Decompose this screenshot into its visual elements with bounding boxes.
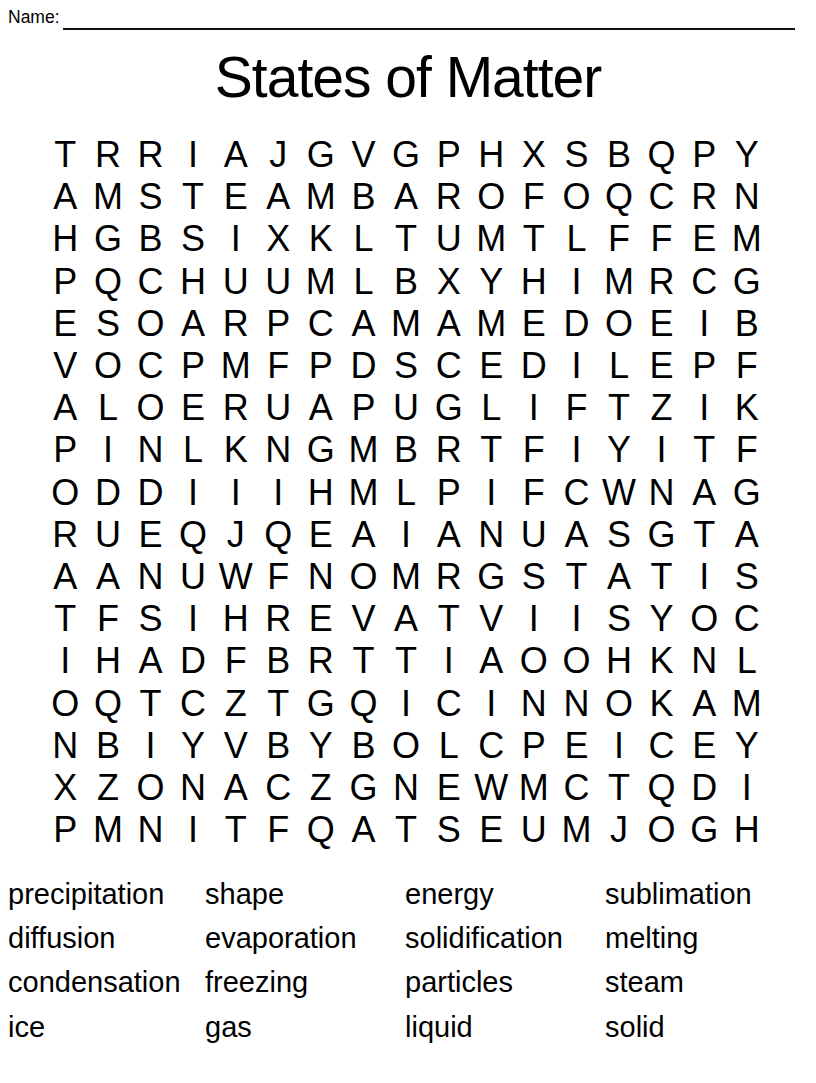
grid-cell-r17c8[interactable]: A — [342, 809, 385, 851]
grid-cell-r11c15[interactable]: T — [640, 556, 683, 598]
grid-cell-r11c1[interactable]: A — [44, 556, 87, 598]
grid-cell-r10c9[interactable]: I — [385, 514, 428, 556]
grid-cell-r14c3[interactable]: T — [129, 682, 172, 724]
grid-cell-r3c15[interactable]: F — [640, 218, 683, 260]
grid-cell-r12c5[interactable]: H — [214, 598, 257, 640]
grid-cell-r5c14[interactable]: O — [598, 303, 641, 345]
grid-cell-r17c12[interactable]: U — [513, 809, 556, 851]
grid-cell-r12c9[interactable]: A — [385, 598, 428, 640]
grid-cell-r10c11[interactable]: N — [470, 514, 513, 556]
grid-cell-r6c11[interactable]: E — [470, 345, 513, 387]
grid-cell-r16c16[interactable]: D — [683, 767, 726, 809]
grid-cell-r1c17[interactable]: Y — [726, 134, 769, 176]
grid-cell-r7c15[interactable]: Z — [640, 387, 683, 429]
grid-cell-r11c3[interactable]: N — [129, 556, 172, 598]
grid-cell-r17c5[interactable]: T — [214, 809, 257, 851]
grid-cell-r12c12[interactable]: I — [513, 598, 556, 640]
grid-cell-r6c14[interactable]: L — [598, 345, 641, 387]
grid-cell-r15c5[interactable]: V — [214, 725, 257, 767]
grid-cell-r13c4[interactable]: D — [172, 640, 215, 682]
grid-cell-r10c2[interactable]: U — [87, 514, 130, 556]
grid-cell-r12c17[interactable]: C — [726, 598, 769, 640]
grid-cell-r1c12[interactable]: X — [513, 134, 556, 176]
grid-cell-r14c15[interactable]: K — [640, 682, 683, 724]
grid-cell-r10c16[interactable]: T — [683, 514, 726, 556]
grid-cell-r3c1[interactable]: H — [44, 218, 87, 260]
grid-cell-r5c15[interactable]: E — [640, 303, 683, 345]
grid-cell-r8c1[interactable]: P — [44, 429, 87, 471]
grid-cell-r10c3[interactable]: E — [129, 514, 172, 556]
grid-cell-r6c3[interactable]: C — [129, 345, 172, 387]
grid-cell-r9c14[interactable]: W — [598, 472, 641, 514]
grid-cell-r16c1[interactable]: X — [44, 767, 87, 809]
grid-cell-r3c17[interactable]: M — [726, 218, 769, 260]
grid-cell-r11c8[interactable]: O — [342, 556, 385, 598]
grid-cell-r5c11[interactable]: M — [470, 303, 513, 345]
grid-cell-r13c2[interactable]: H — [87, 640, 130, 682]
grid-cell-r5c6[interactable]: P — [257, 303, 300, 345]
grid-cell-r8c5[interactable]: K — [214, 429, 257, 471]
grid-cell-r15c15[interactable]: C — [640, 725, 683, 767]
grid-cell-r17c11[interactable]: E — [470, 809, 513, 851]
grid-cell-r17c10[interactable]: S — [427, 809, 470, 851]
grid-cell-r8c13[interactable]: I — [555, 429, 598, 471]
grid-cell-r3c14[interactable]: F — [598, 218, 641, 260]
grid-cell-r4c15[interactable]: R — [640, 261, 683, 303]
grid-cell-r3c10[interactable]: U — [427, 218, 470, 260]
grid-cell-r17c1[interactable]: P — [44, 809, 87, 851]
grid-cell-r3c13[interactable]: L — [555, 218, 598, 260]
grid-cell-r5c16[interactable]: I — [683, 303, 726, 345]
name-blank-line[interactable] — [63, 10, 795, 30]
grid-cell-r2c7[interactable]: M — [300, 176, 343, 218]
grid-cell-r10c10[interactable]: A — [427, 514, 470, 556]
grid-cell-r6c5[interactable]: M — [214, 345, 257, 387]
grid-cell-r14c11[interactable]: I — [470, 682, 513, 724]
grid-cell-r6c13[interactable]: I — [555, 345, 598, 387]
grid-cell-r10c14[interactable]: S — [598, 514, 641, 556]
grid-cell-r8c2[interactable]: I — [87, 429, 130, 471]
grid-cell-r9c16[interactable]: A — [683, 472, 726, 514]
grid-cell-r6c10[interactable]: C — [427, 345, 470, 387]
grid-cell-r17c16[interactable]: G — [683, 809, 726, 851]
grid-cell-r5c10[interactable]: A — [427, 303, 470, 345]
grid-cell-r16c7[interactable]: Z — [300, 767, 343, 809]
grid-cell-r13c14[interactable]: H — [598, 640, 641, 682]
grid-cell-r15c2[interactable]: B — [87, 725, 130, 767]
grid-cell-r1c14[interactable]: B — [598, 134, 641, 176]
grid-cell-r16c8[interactable]: G — [342, 767, 385, 809]
grid-cell-r12c13[interactable]: I — [555, 598, 598, 640]
grid-cell-r12c14[interactable]: S — [598, 598, 641, 640]
grid-cell-r10c17[interactable]: A — [726, 514, 769, 556]
grid-cell-r16c3[interactable]: O — [129, 767, 172, 809]
grid-cell-r9c4[interactable]: I — [172, 472, 215, 514]
grid-cell-r7c10[interactable]: G — [427, 387, 470, 429]
grid-cell-r9c2[interactable]: D — [87, 472, 130, 514]
grid-cell-r12c11[interactable]: V — [470, 598, 513, 640]
grid-cell-r15c3[interactable]: I — [129, 725, 172, 767]
grid-cell-r7c11[interactable]: L — [470, 387, 513, 429]
grid-cell-r16c4[interactable]: N — [172, 767, 215, 809]
grid-cell-r1c7[interactable]: G — [300, 134, 343, 176]
grid-cell-r5c9[interactable]: M — [385, 303, 428, 345]
grid-cell-r4c13[interactable]: I — [555, 261, 598, 303]
grid-cell-r15c4[interactable]: Y — [172, 725, 215, 767]
grid-cell-r16c10[interactable]: E — [427, 767, 470, 809]
grid-cell-r6c7[interactable]: P — [300, 345, 343, 387]
grid-cell-r9c6[interactable]: I — [257, 472, 300, 514]
grid-cell-r17c14[interactable]: J — [598, 809, 641, 851]
grid-cell-r15c6[interactable]: B — [257, 725, 300, 767]
grid-cell-r15c12[interactable]: P — [513, 725, 556, 767]
grid-cell-r5c3[interactable]: O — [129, 303, 172, 345]
grid-cell-r13c6[interactable]: B — [257, 640, 300, 682]
grid-cell-r9c17[interactable]: G — [726, 472, 769, 514]
grid-cell-r4c7[interactable]: M — [300, 261, 343, 303]
grid-cell-r5c4[interactable]: A — [172, 303, 215, 345]
grid-cell-r15c7[interactable]: Y — [300, 725, 343, 767]
grid-cell-r3c16[interactable]: E — [683, 218, 726, 260]
grid-cell-r11c4[interactable]: U — [172, 556, 215, 598]
grid-cell-r12c6[interactable]: R — [257, 598, 300, 640]
grid-cell-r6c15[interactable]: E — [640, 345, 683, 387]
grid-cell-r8c11[interactable]: T — [470, 429, 513, 471]
grid-cell-r5c12[interactable]: E — [513, 303, 556, 345]
grid-cell-r12c2[interactable]: F — [87, 598, 130, 640]
grid-cell-r4c16[interactable]: C — [683, 261, 726, 303]
grid-cell-r7c7[interactable]: A — [300, 387, 343, 429]
grid-cell-r2c11[interactable]: O — [470, 176, 513, 218]
grid-cell-r17c2[interactable]: M — [87, 809, 130, 851]
grid-cell-r14c9[interactable]: I — [385, 682, 428, 724]
grid-cell-r12c8[interactable]: V — [342, 598, 385, 640]
grid-cell-r8c15[interactable]: I — [640, 429, 683, 471]
word-ice: ice — [8, 1005, 205, 1049]
grid-cell-r1c13[interactable]: S — [555, 134, 598, 176]
grid-cell-r1c9[interactable]: G — [385, 134, 428, 176]
grid-cell-r11c9[interactable]: M — [385, 556, 428, 598]
grid-cell-r3c4[interactable]: S — [172, 218, 215, 260]
grid-cell-r9c9[interactable]: L — [385, 472, 428, 514]
grid-cell-r4c8[interactable]: L — [342, 261, 385, 303]
grid-cell-r3c2[interactable]: G — [87, 218, 130, 260]
grid-cell-r2c10[interactable]: R — [427, 176, 470, 218]
grid-cell-r14c1[interactable]: O — [44, 682, 87, 724]
grid-cell-r5c17[interactable]: B — [726, 303, 769, 345]
grid-cell-r7c14[interactable]: T — [598, 387, 641, 429]
grid-cell-r11c17[interactable]: S — [726, 556, 769, 598]
grid-cell-r8c17[interactable]: F — [726, 429, 769, 471]
grid-cell-r8c12[interactable]: F — [513, 429, 556, 471]
grid-cell-r7c13[interactable]: F — [555, 387, 598, 429]
grid-cell-r11c14[interactable]: A — [598, 556, 641, 598]
grid-cell-r15c14[interactable]: I — [598, 725, 641, 767]
grid-cell-r5c1[interactable]: E — [44, 303, 87, 345]
grid-cell-r12c7[interactable]: E — [300, 598, 343, 640]
grid-cell-r17c6[interactable]: F — [257, 809, 300, 851]
grid-cell-r6c12[interactable]: D — [513, 345, 556, 387]
grid-cell-r2c8[interactable]: B — [342, 176, 385, 218]
grid-cell-r14c14[interactable]: O — [598, 682, 641, 724]
grid-cell-r16c11[interactable]: W — [470, 767, 513, 809]
grid-cell-r10c5[interactable]: J — [214, 514, 257, 556]
grid-cell-r11c13[interactable]: T — [555, 556, 598, 598]
grid-cell-r9c5[interactable]: I — [214, 472, 257, 514]
grid-cell-r2c2[interactable]: M — [87, 176, 130, 218]
grid-cell-r2c17[interactable]: N — [726, 176, 769, 218]
grid-cell-r14c8[interactable]: Q — [342, 682, 385, 724]
grid-cell-r13c9[interactable]: T — [385, 640, 428, 682]
grid-cell-r14c2[interactable]: Q — [87, 682, 130, 724]
grid-cell-r15c17[interactable]: Y — [726, 725, 769, 767]
grid-cell-r6c8[interactable]: D — [342, 345, 385, 387]
grid-cell-r14c12[interactable]: N — [513, 682, 556, 724]
grid-cell-r8c3[interactable]: N — [129, 429, 172, 471]
grid-cell-r13c12[interactable]: O — [513, 640, 556, 682]
grid-cell-r2c3[interactable]: S — [129, 176, 172, 218]
grid-cell-r3c7[interactable]: K — [300, 218, 343, 260]
grid-cell-r2c5[interactable]: E — [214, 176, 257, 218]
grid-cell-r3c8[interactable]: L — [342, 218, 385, 260]
grid-cell-r5c5[interactable]: R — [214, 303, 257, 345]
grid-cell-r4c14[interactable]: M — [598, 261, 641, 303]
grid-cell-r11c5[interactable]: W — [214, 556, 257, 598]
grid-cell-r13c7[interactable]: R — [300, 640, 343, 682]
grid-cell-r4c5[interactable]: U — [214, 261, 257, 303]
grid-cell-r10c6[interactable]: Q — [257, 514, 300, 556]
grid-cell-r12c4[interactable]: I — [172, 598, 215, 640]
grid-cell-r2c6[interactable]: A — [257, 176, 300, 218]
grid-cell-r7c3[interactable]: O — [129, 387, 172, 429]
grid-cell-r4c3[interactable]: C — [129, 261, 172, 303]
grid-cell-r11c6[interactable]: F — [257, 556, 300, 598]
grid-cell-r7c9[interactable]: U — [385, 387, 428, 429]
grid-cell-r6c16[interactable]: P — [683, 345, 726, 387]
grid-cell-r2c14[interactable]: Q — [598, 176, 641, 218]
grid-cell-r3c5[interactable]: I — [214, 218, 257, 260]
grid-cell-r15c10[interactable]: L — [427, 725, 470, 767]
grid-cell-r3c12[interactable]: T — [513, 218, 556, 260]
grid-cell-r2c1[interactable]: A — [44, 176, 87, 218]
grid-cell-r6c17[interactable]: F — [726, 345, 769, 387]
grid-cell-r2c13[interactable]: O — [555, 176, 598, 218]
grid-cell-r11c2[interactable]: A — [87, 556, 130, 598]
grid-cell-r17c9[interactable]: T — [385, 809, 428, 851]
grid-cell-r3c6[interactable]: X — [257, 218, 300, 260]
grid-cell-r14c7[interactable]: G — [300, 682, 343, 724]
grid-cell-r16c2[interactable]: Z — [87, 767, 130, 809]
grid-cell-r9c13[interactable]: C — [555, 472, 598, 514]
word-liquid: liquid — [405, 1005, 605, 1049]
grid-cell-r7c8[interactable]: P — [342, 387, 385, 429]
grid-cell-r13c10[interactable]: I — [427, 640, 470, 682]
grid-cell-r1c16[interactable]: P — [683, 134, 726, 176]
grid-cell-r13c11[interactable]: A — [470, 640, 513, 682]
grid-cell-r13c1[interactable]: I — [44, 640, 87, 682]
grid-cell-r6c1[interactable]: V — [44, 345, 87, 387]
grid-cell-r14c4[interactable]: C — [172, 682, 215, 724]
grid-cell-r6c4[interactable]: P — [172, 345, 215, 387]
grid-cell-r10c12[interactable]: U — [513, 514, 556, 556]
grid-cell-r8c9[interactable]: B — [385, 429, 428, 471]
grid-cell-r1c10[interactable]: P — [427, 134, 470, 176]
grid-cell-r16c12[interactable]: M — [513, 767, 556, 809]
grid-cell-r2c12[interactable]: F — [513, 176, 556, 218]
grid-cell-r4c11[interactable]: Y — [470, 261, 513, 303]
grid-cell-r8c4[interactable]: L — [172, 429, 215, 471]
grid-cell-r1c1[interactable]: T — [44, 134, 87, 176]
grid-cell-r11c16[interactable]: I — [683, 556, 726, 598]
grid-cell-r7c6[interactable]: U — [257, 387, 300, 429]
grid-cell-r12c10[interactable]: T — [427, 598, 470, 640]
grid-cell-r9c11[interactable]: I — [470, 472, 513, 514]
grid-cell-r7c4[interactable]: E — [172, 387, 215, 429]
grid-cell-r8c14[interactable]: Y — [598, 429, 641, 471]
grid-cell-r9c15[interactable]: N — [640, 472, 683, 514]
word-sublimation: sublimation — [605, 872, 808, 916]
grid-cell-r8c10[interactable]: R — [427, 429, 470, 471]
grid-cell-r6c6[interactable]: F — [257, 345, 300, 387]
grid-cell-r5c7[interactable]: C — [300, 303, 343, 345]
grid-cell-r17c4[interactable]: I — [172, 809, 215, 851]
grid-cell-r17c13[interactable]: M — [555, 809, 598, 851]
grid-cell-r7c16[interactable]: I — [683, 387, 726, 429]
word-freezing: freezing — [205, 961, 405, 1005]
grid-cell-r16c5[interactable]: A — [214, 767, 257, 809]
grid-cell-r17c7[interactable]: Q — [300, 809, 343, 851]
grid-cell-r1c5[interactable]: A — [214, 134, 257, 176]
grid-cell-r1c3[interactable]: R — [129, 134, 172, 176]
grid-cell-r12c15[interactable]: Y — [640, 598, 683, 640]
grid-cell-r1c6[interactable]: J — [257, 134, 300, 176]
grid-cell-r9c8[interactable]: M — [342, 472, 385, 514]
grid-cell-r1c2[interactable]: R — [87, 134, 130, 176]
grid-cell-r6c9[interactable]: S — [385, 345, 428, 387]
grid-cell-r10c13[interactable]: A — [555, 514, 598, 556]
word-energy: energy — [405, 872, 605, 916]
grid-cell-r8c16[interactable]: T — [683, 429, 726, 471]
grid-cell-r14c5[interactable]: Z — [214, 682, 257, 724]
grid-cell-r11c10[interactable]: R — [427, 556, 470, 598]
grid-cell-r2c9[interactable]: A — [385, 176, 428, 218]
grid-cell-r4c1[interactable]: P — [44, 261, 87, 303]
grid-cell-r14c13[interactable]: N — [555, 682, 598, 724]
grid-cell-r10c1[interactable]: R — [44, 514, 87, 556]
grid-cell-r2c4[interactable]: T — [172, 176, 215, 218]
grid-cell-r4c6[interactable]: U — [257, 261, 300, 303]
grid-cell-r9c1[interactable]: O — [44, 472, 87, 514]
grid-cell-r16c17[interactable]: I — [726, 767, 769, 809]
grid-cell-r4c12[interactable]: H — [513, 261, 556, 303]
grid-cell-r7c5[interactable]: R — [214, 387, 257, 429]
grid-cell-r1c4[interactable]: I — [172, 134, 215, 176]
grid-cell-r8c8[interactable]: M — [342, 429, 385, 471]
grid-cell-r4c4[interactable]: H — [172, 261, 215, 303]
grid-cell-r4c10[interactable]: X — [427, 261, 470, 303]
grid-cell-r7c2[interactable]: L — [87, 387, 130, 429]
grid-cell-r5c8[interactable]: A — [342, 303, 385, 345]
grid-cell-r8c6[interactable]: N — [257, 429, 300, 471]
grid-cell-r11c12[interactable]: S — [513, 556, 556, 598]
name-label: Name: — [8, 6, 60, 28]
grid-cell-r15c1[interactable]: N — [44, 725, 87, 767]
grid-cell-r8c7[interactable]: G — [300, 429, 343, 471]
grid-cell-r4c2[interactable]: Q — [87, 261, 130, 303]
grid-cell-r13c5[interactable]: F — [214, 640, 257, 682]
grid-cell-r10c7[interactable]: E — [300, 514, 343, 556]
grid-cell-r11c7[interactable]: N — [300, 556, 343, 598]
grid-cell-r3c3[interactable]: B — [129, 218, 172, 260]
grid-cell-r17c15[interactable]: O — [640, 809, 683, 851]
grid-cell-r13c17[interactable]: L — [726, 640, 769, 682]
grid-cell-r16c6[interactable]: C — [257, 767, 300, 809]
word-evaporation: evaporation — [205, 916, 405, 960]
grid-cell-r15c16[interactable]: E — [683, 725, 726, 767]
grid-cell-r12c16[interactable]: O — [683, 598, 726, 640]
grid-cell-r13c13[interactable]: O — [555, 640, 598, 682]
grid-cell-r15c9[interactable]: O — [385, 725, 428, 767]
grid-cell-r9c10[interactable]: P — [427, 472, 470, 514]
grid-cell-r14c17[interactable]: M — [726, 682, 769, 724]
grid-cell-r4c17[interactable]: G — [726, 261, 769, 303]
grid-cell-r3c9[interactable]: T — [385, 218, 428, 260]
grid-cell-r1c8[interactable]: V — [342, 134, 385, 176]
grid-cell-r17c3[interactable]: N — [129, 809, 172, 851]
grid-cell-r5c2[interactable]: S — [87, 303, 130, 345]
grid-cell-r7c12[interactable]: I — [513, 387, 556, 429]
grid-cell-r13c3[interactable]: A — [129, 640, 172, 682]
grid-cell-r5c13[interactable]: D — [555, 303, 598, 345]
grid-cell-r1c11[interactable]: H — [470, 134, 513, 176]
grid-cell-r7c17[interactable]: K — [726, 387, 769, 429]
grid-cell-r7c1[interactable]: A — [44, 387, 87, 429]
grid-cell-r13c8[interactable]: T — [342, 640, 385, 682]
grid-cell-r10c8[interactable]: A — [342, 514, 385, 556]
grid-cell-r10c15[interactable]: G — [640, 514, 683, 556]
worksheet-page: Name: States of Matter TRRIAJGVGPHXSBQPY… — [0, 0, 816, 1083]
grid-cell-r14c16[interactable]: A — [683, 682, 726, 724]
grid-cell-r13c15[interactable]: K — [640, 640, 683, 682]
grid-cell-r9c3[interactable]: D — [129, 472, 172, 514]
grid-cell-r2c15[interactable]: C — [640, 176, 683, 218]
grid-cell-r9c7[interactable]: H — [300, 472, 343, 514]
grid-cell-r15c11[interactable]: C — [470, 725, 513, 767]
grid-cell-r16c14[interactable]: T — [598, 767, 641, 809]
grid-cell-r14c6[interactable]: T — [257, 682, 300, 724]
grid-cell-r2c16[interactable]: R — [683, 176, 726, 218]
grid-cell-r14c10[interactable]: C — [427, 682, 470, 724]
grid-cell-r6c2[interactable]: O — [87, 345, 130, 387]
grid-cell-r15c8[interactable]: B — [342, 725, 385, 767]
grid-cell-r9c12[interactable]: F — [513, 472, 556, 514]
grid-cell-r13c16[interactable]: N — [683, 640, 726, 682]
grid-cell-r3c11[interactable]: M — [470, 218, 513, 260]
grid-cell-r17c17[interactable]: H — [726, 809, 769, 851]
grid-cell-r11c11[interactable]: G — [470, 556, 513, 598]
word-steam: steam — [605, 961, 808, 1005]
grid-cell-r12c1[interactable]: T — [44, 598, 87, 640]
grid-cell-r16c13[interactable]: C — [555, 767, 598, 809]
grid-cell-r16c9[interactable]: N — [385, 767, 428, 809]
grid-cell-r10c4[interactable]: Q — [172, 514, 215, 556]
grid-cell-r4c9[interactable]: B — [385, 261, 428, 303]
grid-cell-r1c15[interactable]: Q — [640, 134, 683, 176]
grid-cell-r12c3[interactable]: S — [129, 598, 172, 640]
grid-cell-r15c13[interactable]: E — [555, 725, 598, 767]
puzzle-title: States of Matter — [0, 46, 816, 108]
grid-cell-r16c15[interactable]: Q — [640, 767, 683, 809]
